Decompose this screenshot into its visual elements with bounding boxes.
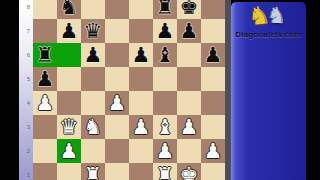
square-c2[interactable] xyxy=(81,139,105,163)
square-e8[interactable] xyxy=(129,0,153,19)
square-d6[interactable] xyxy=(105,43,129,67)
rank-label-1: 1 xyxy=(19,163,31,180)
square-d7[interactable] xyxy=(105,19,129,43)
rank-label-8: 8 xyxy=(19,0,31,19)
chess-board[interactable]: ♞♜♚♟♛♟♟♜♟♟♝♟♟♟♟♛♞♟♝♟♟♟♟♜♜♚ xyxy=(33,0,225,180)
square-h6[interactable]: ♟ xyxy=(201,43,225,67)
square-b6[interactable] xyxy=(57,43,81,67)
square-e5[interactable] xyxy=(129,67,153,91)
square-f6[interactable]: ♝ xyxy=(153,43,177,67)
black-rook: ♜ xyxy=(36,44,55,66)
rank-label-4: 4 xyxy=(19,91,31,115)
square-b7[interactable]: ♟ xyxy=(57,19,81,43)
square-h8[interactable] xyxy=(201,0,225,19)
square-e7[interactable] xyxy=(129,19,153,43)
square-f7[interactable]: ♟ xyxy=(153,19,177,43)
square-g6[interactable] xyxy=(177,43,201,67)
black-pawn: ♟ xyxy=(156,20,175,42)
white-pawn: ♟ xyxy=(60,140,79,162)
square-b8[interactable]: ♞ xyxy=(57,0,81,19)
square-d3[interactable] xyxy=(105,115,129,139)
square-a8[interactable] xyxy=(33,0,57,19)
square-a7[interactable] xyxy=(33,19,57,43)
square-f3[interactable]: ♝ xyxy=(153,115,177,139)
white-pawn: ♟ xyxy=(180,116,199,138)
square-g1[interactable]: ♚ xyxy=(177,163,201,180)
square-a5[interactable]: ♟ xyxy=(33,67,57,91)
black-knight: ♞ xyxy=(60,0,79,18)
square-h1[interactable] xyxy=(201,163,225,180)
square-e3[interactable]: ♟ xyxy=(129,115,153,139)
square-h2[interactable]: ♟ xyxy=(201,139,225,163)
square-e2[interactable] xyxy=(129,139,153,163)
square-f8[interactable]: ♜ xyxy=(153,0,177,19)
square-d8[interactable] xyxy=(105,0,129,19)
square-b2[interactable]: ♟ xyxy=(57,139,81,163)
rank-label-5: 5 xyxy=(19,67,31,91)
square-c7[interactable]: ♛ xyxy=(81,19,105,43)
square-d1[interactable] xyxy=(105,163,129,180)
white-rook: ♜ xyxy=(156,164,175,180)
square-b1[interactable] xyxy=(57,163,81,180)
square-b4[interactable] xyxy=(57,91,81,115)
square-e6[interactable]: ♟ xyxy=(129,43,153,67)
square-c8[interactable] xyxy=(81,0,105,19)
white-pawn: ♟ xyxy=(36,92,55,114)
black-pawn: ♟ xyxy=(132,44,151,66)
square-h5[interactable] xyxy=(201,67,225,91)
square-h3[interactable] xyxy=(201,115,225,139)
brand-logo: ♞ ♞ xyxy=(231,2,306,30)
square-a2[interactable] xyxy=(33,139,57,163)
white-pawn: ♟ xyxy=(204,140,223,162)
black-rook: ♜ xyxy=(156,0,175,18)
silver-knight-icon: ♞ xyxy=(266,4,287,27)
brand-text: Diagonaletv.com xyxy=(231,30,306,39)
white-pawn: ♟ xyxy=(108,92,127,114)
square-a1[interactable] xyxy=(33,163,57,180)
white-bishop: ♝ xyxy=(156,116,175,138)
rank-label-2: 2 xyxy=(19,139,31,163)
white-pawn: ♟ xyxy=(132,116,151,138)
rank-label-7: 7 xyxy=(19,19,31,43)
square-h4[interactable] xyxy=(201,91,225,115)
square-a4[interactable]: ♟ xyxy=(33,91,57,115)
square-g8[interactable]: ♚ xyxy=(177,0,201,19)
square-c3[interactable]: ♞ xyxy=(81,115,105,139)
square-f5[interactable] xyxy=(153,67,177,91)
rank-labels: 87654321 xyxy=(19,0,31,180)
square-d5[interactable] xyxy=(105,67,129,91)
square-f1[interactable]: ♜ xyxy=(153,163,177,180)
white-knight: ♞ xyxy=(84,116,103,138)
square-g4[interactable] xyxy=(177,91,201,115)
black-pawn: ♟ xyxy=(84,44,103,66)
square-f2[interactable]: ♟ xyxy=(153,139,177,163)
square-a3[interactable] xyxy=(33,115,57,139)
square-c4[interactable] xyxy=(81,91,105,115)
black-pawn: ♟ xyxy=(60,20,79,42)
white-queen: ♛ xyxy=(60,116,79,138)
white-king: ♚ xyxy=(180,164,199,180)
rank-label-6: 6 xyxy=(19,43,31,67)
square-b3[interactable]: ♛ xyxy=(57,115,81,139)
square-f4[interactable] xyxy=(153,91,177,115)
square-e1[interactable] xyxy=(129,163,153,180)
square-c6[interactable]: ♟ xyxy=(81,43,105,67)
black-bishop: ♝ xyxy=(156,44,175,66)
square-g3[interactable]: ♟ xyxy=(177,115,201,139)
square-h7[interactable] xyxy=(201,19,225,43)
rank-label-3: 3 xyxy=(19,115,31,139)
black-pawn: ♟ xyxy=(204,44,223,66)
square-e4[interactable] xyxy=(129,91,153,115)
video-frame: { "game": "chess", "position": { "fen": … xyxy=(0,0,320,180)
square-b5[interactable] xyxy=(57,67,81,91)
black-king: ♚ xyxy=(180,0,199,18)
white-pawn: ♟ xyxy=(156,140,175,162)
black-pawn: ♟ xyxy=(36,68,55,90)
square-c5[interactable] xyxy=(81,67,105,91)
white-rook: ♜ xyxy=(84,164,103,180)
square-c1[interactable]: ♜ xyxy=(81,163,105,180)
square-a6[interactable]: ♜ xyxy=(33,43,57,67)
square-g7[interactable]: ♟ xyxy=(177,19,201,43)
black-queen: ♛ xyxy=(84,20,103,42)
brand-panel: ♞ ♞ Diagonaletv.com xyxy=(231,2,306,180)
square-d4[interactable]: ♟ xyxy=(105,91,129,115)
square-g5[interactable] xyxy=(177,67,201,91)
black-pawn: ♟ xyxy=(180,20,199,42)
square-d2[interactable] xyxy=(105,139,129,163)
square-g2[interactable] xyxy=(177,139,201,163)
